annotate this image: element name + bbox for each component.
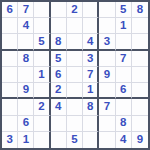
- cell-r2c7[interactable]: [99, 18, 115, 34]
- cell-r6c3[interactable]: [34, 83, 50, 99]
- cell-r3c5[interactable]: [67, 34, 83, 50]
- given-digit: 8: [55, 36, 61, 48]
- given-digit: 5: [71, 134, 77, 146]
- cell-r3c3[interactable]: 5: [34, 34, 50, 50]
- cell-r4c8[interactable]: 7: [116, 51, 132, 67]
- given-digit: 9: [23, 84, 29, 96]
- cell-r2c5[interactable]: [67, 18, 83, 34]
- cell-r5c3[interactable]: 1: [34, 67, 50, 83]
- given-digit: 8: [87, 101, 93, 113]
- cell-r5c5[interactable]: [67, 67, 83, 83]
- cell-r3c6[interactable]: 4: [83, 34, 99, 50]
- cell-r5c9[interactable]: [132, 67, 148, 83]
- given-digit: 1: [87, 84, 93, 96]
- cell-r3c7[interactable]: 3: [99, 34, 115, 50]
- cell-r3c9[interactable]: [132, 34, 148, 50]
- cell-r6c7[interactable]: [99, 83, 115, 99]
- cell-r4c7[interactable]: [99, 51, 115, 67]
- cell-r2c3[interactable]: [34, 18, 50, 34]
- cell-r6c2[interactable]: 9: [18, 83, 34, 99]
- cell-r6c1[interactable]: [2, 83, 18, 99]
- cell-r5c4[interactable]: 6: [51, 67, 67, 83]
- cell-r4c9[interactable]: [132, 51, 148, 67]
- cell-r7c3[interactable]: 2: [34, 99, 50, 115]
- cell-r5c1[interactable]: [2, 67, 18, 83]
- cell-r2c4[interactable]: [51, 18, 67, 34]
- cell-r1c7[interactable]: [99, 2, 115, 18]
- cell-r3c1[interactable]: [2, 34, 18, 50]
- given-digit: 6: [120, 84, 126, 96]
- cell-r8c5[interactable]: [67, 116, 83, 132]
- given-digit: 3: [104, 36, 110, 48]
- cell-r8c2[interactable]: 6: [18, 116, 34, 132]
- given-digit: 2: [55, 84, 61, 96]
- cell-r6c9[interactable]: [132, 83, 148, 99]
- given-digit: 4: [55, 101, 61, 113]
- cell-r7c4[interactable]: 4: [51, 99, 67, 115]
- cell-r8c9[interactable]: [132, 116, 148, 132]
- cell-r2c2[interactable]: 4: [18, 18, 34, 34]
- cell-r1c4[interactable]: [51, 2, 67, 18]
- cell-r5c8[interactable]: [116, 67, 132, 83]
- given-digit: 5: [55, 53, 61, 65]
- given-digit: 7: [23, 4, 29, 16]
- sudoku-board: 6725841584385371679921624876831549: [0, 0, 150, 150]
- cell-r2c1[interactable]: [2, 18, 18, 34]
- cell-r4c4[interactable]: 5: [51, 51, 67, 67]
- cell-r4c6[interactable]: 3: [83, 51, 99, 67]
- given-digit: 7: [120, 53, 126, 65]
- cell-r6c6[interactable]: 1: [83, 83, 99, 99]
- cell-r2c9[interactable]: [132, 18, 148, 34]
- cell-r2c6[interactable]: [83, 18, 99, 34]
- given-digit: 4: [87, 36, 93, 48]
- given-digit: 1: [38, 69, 44, 81]
- cell-r1c2[interactable]: 7: [18, 2, 34, 18]
- given-digit: 9: [104, 69, 110, 81]
- cell-r9c3[interactable]: [34, 132, 50, 148]
- given-digit: 8: [23, 53, 29, 65]
- cell-r6c8[interactable]: 6: [116, 83, 132, 99]
- given-digit: 4: [120, 134, 126, 146]
- cell-r8c1[interactable]: [2, 116, 18, 132]
- given-digit: 1: [23, 134, 29, 146]
- cell-r8c6[interactable]: [83, 116, 99, 132]
- given-digit: 6: [6, 4, 12, 16]
- cell-r6c4[interactable]: 2: [51, 83, 67, 99]
- given-digit: 7: [87, 69, 93, 81]
- cell-r8c3[interactable]: [34, 116, 50, 132]
- cell-r2c8[interactable]: 1: [116, 18, 132, 34]
- cell-r8c7[interactable]: [99, 116, 115, 132]
- cell-r9c8[interactable]: 4: [116, 132, 132, 148]
- given-digit: 3: [87, 53, 93, 65]
- cell-r3c4[interactable]: 8: [51, 34, 67, 50]
- cell-r4c5[interactable]: [67, 51, 83, 67]
- cell-r7c7[interactable]: 7: [99, 99, 115, 115]
- cell-r1c9[interactable]: 8: [132, 2, 148, 18]
- cell-r9c6[interactable]: [83, 132, 99, 148]
- given-digit: 3: [6, 134, 12, 146]
- cell-r8c8[interactable]: 8: [116, 116, 132, 132]
- given-digit: 8: [137, 4, 143, 16]
- given-digit: 6: [55, 69, 61, 81]
- given-digit: 7: [104, 101, 110, 113]
- given-digit: 6: [23, 117, 29, 129]
- cell-r3c8[interactable]: [116, 34, 132, 50]
- cell-r4c3[interactable]: [34, 51, 50, 67]
- cell-r7c2[interactable]: [18, 99, 34, 115]
- given-digit: 4: [23, 20, 29, 32]
- cell-r7c6[interactable]: 8: [83, 99, 99, 115]
- given-digit: 1: [120, 20, 126, 32]
- cell-r7c1[interactable]: [2, 99, 18, 115]
- given-digit: 2: [38, 101, 44, 113]
- cell-r7c8[interactable]: [116, 99, 132, 115]
- cell-r4c1[interactable]: [2, 51, 18, 67]
- cell-r9c9[interactable]: 9: [132, 132, 148, 148]
- cell-r8c4[interactable]: [51, 116, 67, 132]
- given-digit: 5: [120, 4, 126, 16]
- cell-r9c1[interactable]: 3: [2, 132, 18, 148]
- cell-r9c4[interactable]: [51, 132, 67, 148]
- given-digit: 2: [71, 4, 77, 16]
- cell-r9c2[interactable]: 1: [18, 132, 34, 148]
- cell-r9c5[interactable]: 5: [67, 132, 83, 148]
- given-digit: 5: [38, 36, 44, 48]
- cell-r1c1[interactable]: 6: [2, 2, 18, 18]
- cell-r7c9[interactable]: [132, 99, 148, 115]
- cell-r3c2[interactable]: [18, 34, 34, 50]
- cell-r6c5[interactable]: [67, 83, 83, 99]
- cell-r5c6[interactable]: 7: [83, 67, 99, 83]
- cell-r1c3[interactable]: [34, 2, 50, 18]
- cell-r1c6[interactable]: [83, 2, 99, 18]
- cell-r4c2[interactable]: 8: [18, 51, 34, 67]
- cell-r9c7[interactable]: [99, 132, 115, 148]
- cell-r7c5[interactable]: [67, 99, 83, 115]
- cell-r1c5[interactable]: 2: [67, 2, 83, 18]
- given-digit: 8: [120, 117, 126, 129]
- cell-r1c8[interactable]: 5: [116, 2, 132, 18]
- cell-r5c2[interactable]: [18, 67, 34, 83]
- cell-r5c7[interactable]: 9: [99, 67, 115, 83]
- given-digit: 9: [137, 134, 143, 146]
